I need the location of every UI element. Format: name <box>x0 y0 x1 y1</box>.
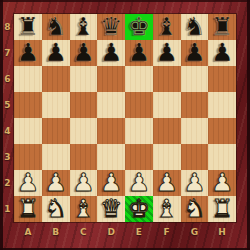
square-e2[interactable]: ♟ <box>125 170 153 196</box>
square-f7[interactable]: ♟ <box>153 40 181 66</box>
square-d6[interactable] <box>97 66 125 92</box>
white-knight[interactable]: ♞ <box>183 196 205 222</box>
square-g2[interactable]: ♟ <box>181 170 209 196</box>
square-b3[interactable] <box>42 144 70 170</box>
white-bishop[interactable]: ♝ <box>72 196 94 222</box>
square-a8[interactable]: ♜ <box>14 14 42 40</box>
white-pawn[interactable]: ♟ <box>128 170 150 196</box>
square-f5[interactable] <box>153 92 181 118</box>
square-g1[interactable]: ♞ <box>181 196 209 222</box>
file-label-g: G <box>181 222 209 242</box>
square-c6[interactable] <box>70 66 98 92</box>
rank-labels: 87654321 <box>1 14 14 222</box>
square-h2[interactable]: ♟ <box>208 170 236 196</box>
black-bishop[interactable]: ♝ <box>155 14 177 40</box>
square-a6[interactable] <box>14 66 42 92</box>
rank-label-8: 8 <box>1 14 14 40</box>
white-rook[interactable]: ♜ <box>17 196 39 222</box>
square-e7[interactable]: ♟ <box>125 40 153 66</box>
square-a3[interactable] <box>14 144 42 170</box>
square-g3[interactable] <box>181 144 209 170</box>
rank-label-2: 2 <box>1 170 14 196</box>
square-h4[interactable] <box>208 118 236 144</box>
square-d4[interactable] <box>97 118 125 144</box>
square-b8[interactable]: ♞ <box>42 14 70 40</box>
square-e6[interactable] <box>125 66 153 92</box>
square-g4[interactable] <box>181 118 209 144</box>
black-rook[interactable]: ♜ <box>211 14 233 40</box>
rank-label-5: 5 <box>1 92 14 118</box>
square-h3[interactable] <box>208 144 236 170</box>
square-c7[interactable]: ♟ <box>70 40 98 66</box>
square-c1[interactable]: ♝ <box>70 196 98 222</box>
white-pawn[interactable]: ♟ <box>211 170 233 196</box>
square-d8[interactable]: ♛ <box>97 14 125 40</box>
black-pawn[interactable]: ♟ <box>128 40 150 66</box>
square-f1[interactable]: ♝ <box>153 196 181 222</box>
square-f4[interactable] <box>153 118 181 144</box>
file-label-c: C <box>70 222 98 242</box>
white-rook[interactable]: ♜ <box>211 196 233 222</box>
rank-label-1: 1 <box>1 196 14 222</box>
square-h5[interactable] <box>208 92 236 118</box>
square-b5[interactable] <box>42 92 70 118</box>
square-c8[interactable]: ♝ <box>70 14 98 40</box>
square-h1[interactable]: ♜ <box>208 196 236 222</box>
black-pawn[interactable]: ♟ <box>211 40 233 66</box>
white-pawn[interactable]: ♟ <box>72 170 94 196</box>
black-bishop[interactable]: ♝ <box>72 14 94 40</box>
white-bishop[interactable]: ♝ <box>155 196 177 222</box>
black-pawn[interactable]: ♟ <box>183 40 205 66</box>
square-f6[interactable] <box>153 66 181 92</box>
square-e8[interactable]: ♚ <box>125 14 153 40</box>
rank-label-6: 6 <box>1 66 14 92</box>
white-pawn[interactable]: ♟ <box>44 170 66 196</box>
black-pawn[interactable]: ♟ <box>72 40 94 66</box>
black-pawn[interactable]: ♟ <box>155 40 177 66</box>
black-pawn[interactable]: ♟ <box>17 40 39 66</box>
rank-label-4: 4 <box>1 118 14 144</box>
square-a7[interactable]: ♟ <box>14 40 42 66</box>
square-b6[interactable] <box>42 66 70 92</box>
square-b2[interactable]: ♟ <box>42 170 70 196</box>
black-king[interactable]: ♚ <box>128 14 150 40</box>
square-f2[interactable]: ♟ <box>153 170 181 196</box>
square-d5[interactable] <box>97 92 125 118</box>
white-king[interactable]: ♚ <box>128 196 150 222</box>
square-d7[interactable]: ♟ <box>97 40 125 66</box>
square-a2[interactable]: ♟ <box>14 170 42 196</box>
board-frame: 87654321 ♜♞♝♛♚♝♞♜♟♟♟♟♟♟♟♟♟♟♟♟♟♟♟♟♜♞♝♛♚♝♞… <box>0 0 250 250</box>
square-d1[interactable]: ♛ <box>97 196 125 222</box>
square-e1[interactable]: ♚ <box>125 196 153 222</box>
square-a5[interactable] <box>14 92 42 118</box>
square-g6[interactable] <box>181 66 209 92</box>
black-pawn[interactable]: ♟ <box>44 40 66 66</box>
white-pawn[interactable]: ♟ <box>155 170 177 196</box>
file-label-f: F <box>153 222 181 242</box>
black-queen[interactable]: ♛ <box>100 14 122 40</box>
square-h6[interactable] <box>208 66 236 92</box>
square-g7[interactable]: ♟ <box>181 40 209 66</box>
square-d3[interactable] <box>97 144 125 170</box>
black-rook[interactable]: ♜ <box>17 14 39 40</box>
square-b1[interactable]: ♞ <box>42 196 70 222</box>
square-b4[interactable] <box>42 118 70 144</box>
file-labels: ABCDEFGH <box>14 222 236 242</box>
black-pawn[interactable]: ♟ <box>100 40 122 66</box>
square-b7[interactable]: ♟ <box>42 40 70 66</box>
square-e4[interactable] <box>125 118 153 144</box>
rank-label-3: 3 <box>1 144 14 170</box>
square-g8[interactable]: ♞ <box>181 14 209 40</box>
file-label-b: B <box>42 222 70 242</box>
file-label-h: H <box>208 222 236 242</box>
black-knight[interactable]: ♞ <box>44 14 66 40</box>
square-c5[interactable] <box>70 92 98 118</box>
square-c4[interactable] <box>70 118 98 144</box>
square-c2[interactable]: ♟ <box>70 170 98 196</box>
chess-board[interactable]: ♜♞♝♛♚♝♞♜♟♟♟♟♟♟♟♟♟♟♟♟♟♟♟♟♜♞♝♛♚♝♞♜ <box>14 14 236 222</box>
square-f3[interactable] <box>153 144 181 170</box>
rank-label-7: 7 <box>1 40 14 66</box>
square-e3[interactable] <box>125 144 153 170</box>
white-pawn[interactable]: ♟ <box>17 170 39 196</box>
square-h7[interactable]: ♟ <box>208 40 236 66</box>
file-label-d: D <box>97 222 125 242</box>
white-pawn[interactable]: ♟ <box>183 170 205 196</box>
white-queen[interactable]: ♛ <box>100 196 122 222</box>
square-f8[interactable]: ♝ <box>153 14 181 40</box>
black-knight[interactable]: ♞ <box>183 14 205 40</box>
white-knight[interactable]: ♞ <box>44 196 66 222</box>
square-e5[interactable] <box>125 92 153 118</box>
square-g5[interactable] <box>181 92 209 118</box>
white-pawn[interactable]: ♟ <box>100 170 122 196</box>
square-h8[interactable]: ♜ <box>208 14 236 40</box>
square-d2[interactable]: ♟ <box>97 170 125 196</box>
square-a1[interactable]: ♜ <box>14 196 42 222</box>
square-c3[interactable] <box>70 144 98 170</box>
square-a4[interactable] <box>14 118 42 144</box>
file-label-e: E <box>125 222 153 242</box>
file-label-a: A <box>14 222 42 242</box>
